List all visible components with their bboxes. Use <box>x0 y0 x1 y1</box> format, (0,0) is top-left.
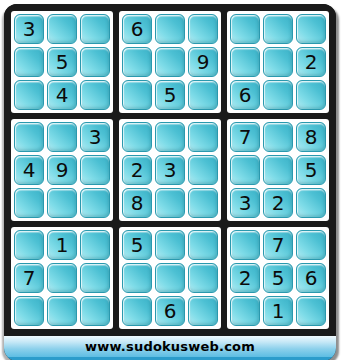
cell-r3c7[interactable]: 6 <box>230 80 260 110</box>
cell-r7c7[interactable] <box>230 230 260 260</box>
cell-r2c3[interactable] <box>80 47 110 77</box>
cell-r6c7[interactable]: 3 <box>230 188 260 218</box>
cell-r3c4[interactable] <box>122 80 152 110</box>
cell-r2c6[interactable]: 9 <box>188 47 218 77</box>
cell-r7c6[interactable] <box>188 230 218 260</box>
cell-r4c4[interactable] <box>122 122 152 152</box>
cell-r3c5[interactable]: 5 <box>155 80 185 110</box>
cell-r5c4[interactable]: 2 <box>122 155 152 185</box>
cell-r2c8[interactable] <box>263 47 293 77</box>
cell-r3c9[interactable] <box>296 80 326 110</box>
cell-r7c2[interactable]: 1 <box>47 230 77 260</box>
cell-r4c6[interactable] <box>188 122 218 152</box>
cell-r7c3[interactable] <box>80 230 110 260</box>
cell-r6c9[interactable] <box>296 188 326 218</box>
cell-r2c7[interactable] <box>230 47 260 77</box>
cell-r9c2[interactable] <box>47 296 77 326</box>
cell-r1c6[interactable] <box>188 14 218 44</box>
cell-r5c5[interactable]: 3 <box>155 155 185 185</box>
cell-r5c6[interactable] <box>188 155 218 185</box>
cell-r2c5[interactable] <box>155 47 185 77</box>
cell-r9c3[interactable] <box>80 296 110 326</box>
cell-r8c1[interactable]: 7 <box>14 263 44 293</box>
box-1-3: 26 <box>227 11 329 113</box>
cell-r1c4[interactable]: 6 <box>122 14 152 44</box>
cell-r6c8[interactable]: 2 <box>263 188 293 218</box>
cell-r7c1[interactable] <box>14 230 44 260</box>
box-2-1: 349 <box>11 119 113 221</box>
box-3-3: 72561 <box>227 227 329 329</box>
cell-r3c6[interactable] <box>188 80 218 110</box>
cell-r4c8[interactable] <box>263 122 293 152</box>
cell-r9c1[interactable] <box>14 296 44 326</box>
box-3-1: 17 <box>11 227 113 329</box>
footer-band: www.sudokusweb.com <box>4 336 336 357</box>
cell-r6c6[interactable] <box>188 188 218 218</box>
box-1-1: 354 <box>11 11 113 113</box>
cell-r4c9[interactable]: 8 <box>296 122 326 152</box>
cell-r2c4[interactable] <box>122 47 152 77</box>
cell-r1c2[interactable] <box>47 14 77 44</box>
cell-r9c6[interactable] <box>188 296 218 326</box>
cell-r4c3[interactable]: 3 <box>80 122 110 152</box>
cell-r1c7[interactable] <box>230 14 260 44</box>
cell-r1c8[interactable] <box>263 14 293 44</box>
cell-r4c5[interactable] <box>155 122 185 152</box>
sudoku-card: 3546952634923878532175672561 www.sudokus… <box>4 4 336 360</box>
cell-r2c1[interactable] <box>14 47 44 77</box>
cell-r8c4[interactable] <box>122 263 152 293</box>
box-3-2: 56 <box>119 227 221 329</box>
cell-r4c2[interactable] <box>47 122 77 152</box>
cell-r2c2[interactable]: 5 <box>47 47 77 77</box>
cell-r1c5[interactable] <box>155 14 185 44</box>
cell-r1c1[interactable]: 3 <box>14 14 44 44</box>
cell-r7c4[interactable]: 5 <box>122 230 152 260</box>
cell-r3c8[interactable] <box>263 80 293 110</box>
cell-r3c3[interactable] <box>80 80 110 110</box>
cell-r1c9[interactable] <box>296 14 326 44</box>
site-url-link[interactable]: www.sudokusweb.com <box>85 339 255 354</box>
cell-r5c3[interactable] <box>80 155 110 185</box>
cell-r5c1[interactable]: 4 <box>14 155 44 185</box>
cell-r2c9[interactable]: 2 <box>296 47 326 77</box>
cell-r9c5[interactable]: 6 <box>155 296 185 326</box>
cell-r9c7[interactable] <box>230 296 260 326</box>
box-2-3: 78532 <box>227 119 329 221</box>
box-1-2: 695 <box>119 11 221 113</box>
cell-r8c6[interactable] <box>188 263 218 293</box>
cell-r7c9[interactable] <box>296 230 326 260</box>
cell-r8c5[interactable] <box>155 263 185 293</box>
cell-r8c2[interactable] <box>47 263 77 293</box>
cell-r5c7[interactable] <box>230 155 260 185</box>
cell-r7c5[interactable] <box>155 230 185 260</box>
cell-r6c5[interactable] <box>155 188 185 218</box>
cell-r8c7[interactable]: 2 <box>230 263 260 293</box>
sudoku-board: 3546952634923878532175672561 <box>4 4 336 336</box>
cell-r4c7[interactable]: 7 <box>230 122 260 152</box>
cell-r6c3[interactable] <box>80 188 110 218</box>
cell-r6c1[interactable] <box>14 188 44 218</box>
cell-r3c2[interactable]: 4 <box>47 80 77 110</box>
cell-r8c3[interactable] <box>80 263 110 293</box>
cell-r6c4[interactable]: 8 <box>122 188 152 218</box>
box-2-2: 238 <box>119 119 221 221</box>
cell-r5c8[interactable] <box>263 155 293 185</box>
cell-r1c3[interactable] <box>80 14 110 44</box>
cell-r8c9[interactable]: 6 <box>296 263 326 293</box>
cell-r8c8[interactable]: 5 <box>263 263 293 293</box>
cell-r9c4[interactable] <box>122 296 152 326</box>
cell-r9c8[interactable]: 1 <box>263 296 293 326</box>
cell-r4c1[interactable] <box>14 122 44 152</box>
cell-r3c1[interactable] <box>14 80 44 110</box>
cell-r7c8[interactable]: 7 <box>263 230 293 260</box>
cell-r9c9[interactable] <box>296 296 326 326</box>
cell-r5c9[interactable]: 5 <box>296 155 326 185</box>
cell-r5c2[interactable]: 9 <box>47 155 77 185</box>
cell-r6c2[interactable] <box>47 188 77 218</box>
